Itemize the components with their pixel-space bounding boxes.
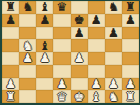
square-d7[interactable] xyxy=(53,14,70,27)
piece-black-bishop[interactable]: ♝ xyxy=(39,39,50,51)
piece-black-rook[interactable]: ♜ xyxy=(5,1,16,13)
square-f8[interactable] xyxy=(88,1,105,14)
square-f7[interactable]: ♟ xyxy=(88,14,105,27)
square-a8[interactable]: ♜ xyxy=(2,1,19,14)
square-d2[interactable]: ♟ xyxy=(53,78,70,91)
square-b7[interactable] xyxy=(19,14,36,27)
square-b3[interactable] xyxy=(19,65,36,78)
square-h5[interactable] xyxy=(122,39,139,52)
square-c3[interactable] xyxy=(36,65,53,78)
piece-black-knight[interactable]: ♞ xyxy=(22,1,33,13)
square-b8[interactable]: ♞ xyxy=(19,1,36,14)
square-g1[interactable]: ♞ xyxy=(105,90,122,103)
chess-board: ♜♞♝♛♞♜♟♟♚♟♟♟♟♞♝♟♟♟♟♟♟♟♟♜♛♚♝♞♜ xyxy=(2,1,139,103)
piece-white-pawn[interactable]: ♟ xyxy=(5,78,16,90)
piece-white-pawn[interactable]: ♟ xyxy=(108,78,119,90)
square-b6[interactable] xyxy=(19,27,36,40)
square-h1[interactable]: ♜ xyxy=(122,90,139,103)
piece-black-pawn[interactable]: ♟ xyxy=(91,14,102,26)
piece-black-pawn[interactable]: ♟ xyxy=(74,27,85,39)
square-f2[interactable]: ♟ xyxy=(88,78,105,91)
piece-black-pawn[interactable]: ♟ xyxy=(108,27,119,39)
square-g7[interactable] xyxy=(105,14,122,27)
piece-black-pawn[interactable]: ♟ xyxy=(125,14,136,26)
square-b4[interactable]: ♟ xyxy=(19,52,36,65)
square-f6[interactable] xyxy=(88,27,105,40)
square-a2[interactable]: ♟ xyxy=(2,78,19,91)
square-c4[interactable]: ♟ xyxy=(36,52,53,65)
piece-white-bishop[interactable]: ♝ xyxy=(91,90,102,102)
square-a7[interactable]: ♟ xyxy=(2,14,19,27)
square-e7[interactable]: ♚ xyxy=(71,14,88,27)
piece-white-pawn[interactable]: ♟ xyxy=(74,52,85,64)
piece-black-king[interactable]: ♚ xyxy=(74,14,85,26)
square-h6[interactable] xyxy=(122,27,139,40)
square-h3[interactable] xyxy=(122,65,139,78)
square-e4[interactable]: ♟ xyxy=(71,52,88,65)
square-g2[interactable]: ♟ xyxy=(105,78,122,91)
square-a5[interactable] xyxy=(2,39,19,52)
square-g8[interactable]: ♞ xyxy=(105,1,122,14)
square-f3[interactable] xyxy=(88,65,105,78)
square-b1[interactable] xyxy=(19,90,36,103)
piece-black-pawn[interactable]: ♟ xyxy=(5,14,16,26)
piece-black-rook[interactable]: ♜ xyxy=(125,1,136,13)
square-a6[interactable] xyxy=(2,27,19,40)
square-d5[interactable] xyxy=(53,39,70,52)
piece-black-pawn[interactable]: ♟ xyxy=(39,14,50,26)
square-b5[interactable]: ♞ xyxy=(19,39,36,52)
piece-white-pawn[interactable]: ♟ xyxy=(91,78,102,90)
square-c5[interactable]: ♝ xyxy=(36,39,53,52)
piece-white-knight[interactable]: ♞ xyxy=(22,39,33,51)
square-c6[interactable] xyxy=(36,27,53,40)
square-e8[interactable] xyxy=(71,1,88,14)
piece-black-knight[interactable]: ♞ xyxy=(108,1,119,13)
square-g6[interactable]: ♟ xyxy=(105,27,122,40)
square-a4[interactable] xyxy=(2,52,19,65)
piece-white-king[interactable]: ♚ xyxy=(74,90,85,102)
piece-white-queen[interactable]: ♛ xyxy=(57,90,68,102)
piece-white-pawn[interactable]: ♟ xyxy=(22,52,33,64)
square-d8[interactable]: ♛ xyxy=(53,1,70,14)
square-d3[interactable] xyxy=(53,65,70,78)
square-c2[interactable] xyxy=(36,78,53,91)
square-d6[interactable] xyxy=(53,27,70,40)
square-d4[interactable] xyxy=(53,52,70,65)
piece-black-bishop[interactable]: ♝ xyxy=(39,1,50,13)
square-f4[interactable] xyxy=(88,52,105,65)
square-h4[interactable] xyxy=(122,52,139,65)
square-b2[interactable] xyxy=(19,78,36,91)
piece-white-rook[interactable]: ♜ xyxy=(125,90,136,102)
square-e5[interactable] xyxy=(71,39,88,52)
piece-white-pawn[interactable]: ♟ xyxy=(39,52,50,64)
square-g3[interactable] xyxy=(105,65,122,78)
square-c7[interactable]: ♟ xyxy=(36,14,53,27)
square-e6[interactable]: ♟ xyxy=(71,27,88,40)
square-e3[interactable] xyxy=(71,65,88,78)
square-f1[interactable]: ♝ xyxy=(88,90,105,103)
square-c1[interactable] xyxy=(36,90,53,103)
square-d1[interactable]: ♛ xyxy=(53,90,70,103)
square-a3[interactable] xyxy=(2,65,19,78)
chess-app-window: ♜♞♝♛♞♜♟♟♚♟♟♟♟♞♝♟♟♟♟♟♟♟♟♜♛♚♝♞♜ xyxy=(0,0,140,105)
square-g4[interactable] xyxy=(105,52,122,65)
piece-white-rook[interactable]: ♜ xyxy=(5,90,16,102)
square-c8[interactable]: ♝ xyxy=(36,1,53,14)
square-f5[interactable] xyxy=(88,39,105,52)
square-e1[interactable]: ♚ xyxy=(71,90,88,103)
square-h2[interactable]: ♟ xyxy=(122,78,139,91)
square-h8[interactable]: ♜ xyxy=(122,1,139,14)
piece-black-queen[interactable]: ♛ xyxy=(57,1,68,13)
piece-white-pawn[interactable]: ♟ xyxy=(125,78,136,90)
piece-white-knight[interactable]: ♞ xyxy=(108,90,119,102)
square-g5[interactable] xyxy=(105,39,122,52)
square-h7[interactable]: ♟ xyxy=(122,14,139,27)
square-a1[interactable]: ♜ xyxy=(2,90,19,103)
square-e2[interactable] xyxy=(71,78,88,91)
piece-white-pawn[interactable]: ♟ xyxy=(57,78,68,90)
